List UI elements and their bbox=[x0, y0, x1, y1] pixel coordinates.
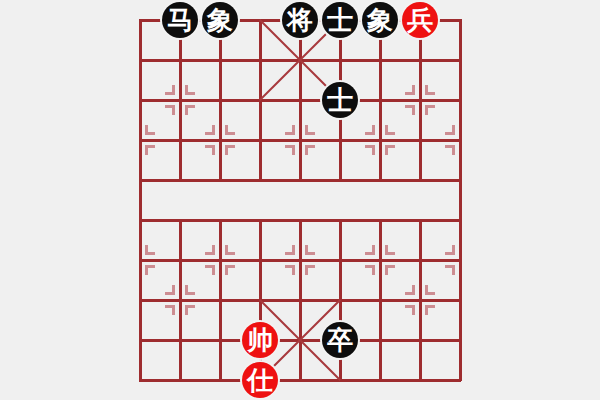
xiangqi-board: 马象将士象兵士帅卒仕 bbox=[0, 0, 600, 400]
piece-red-soldier[interactable]: 兵 bbox=[402, 2, 438, 38]
piece-black-general[interactable]: 将 bbox=[282, 2, 318, 38]
piece-black-horse[interactable]: 马 bbox=[162, 2, 198, 38]
piece-black-elephant[interactable]: 象 bbox=[362, 2, 398, 38]
piece-black-advisor[interactable]: 士 bbox=[322, 2, 358, 38]
piece-black-soldier[interactable]: 卒 bbox=[322, 322, 358, 358]
piece-black-elephant[interactable]: 象 bbox=[202, 2, 238, 38]
board-intersections[interactable]: 马象将士象兵士帅卒仕 bbox=[120, 0, 480, 400]
piece-red-general[interactable]: 帅 bbox=[242, 322, 278, 358]
piece-red-advisor[interactable]: 仕 bbox=[242, 362, 278, 398]
piece-black-advisor[interactable]: 士 bbox=[322, 82, 358, 118]
